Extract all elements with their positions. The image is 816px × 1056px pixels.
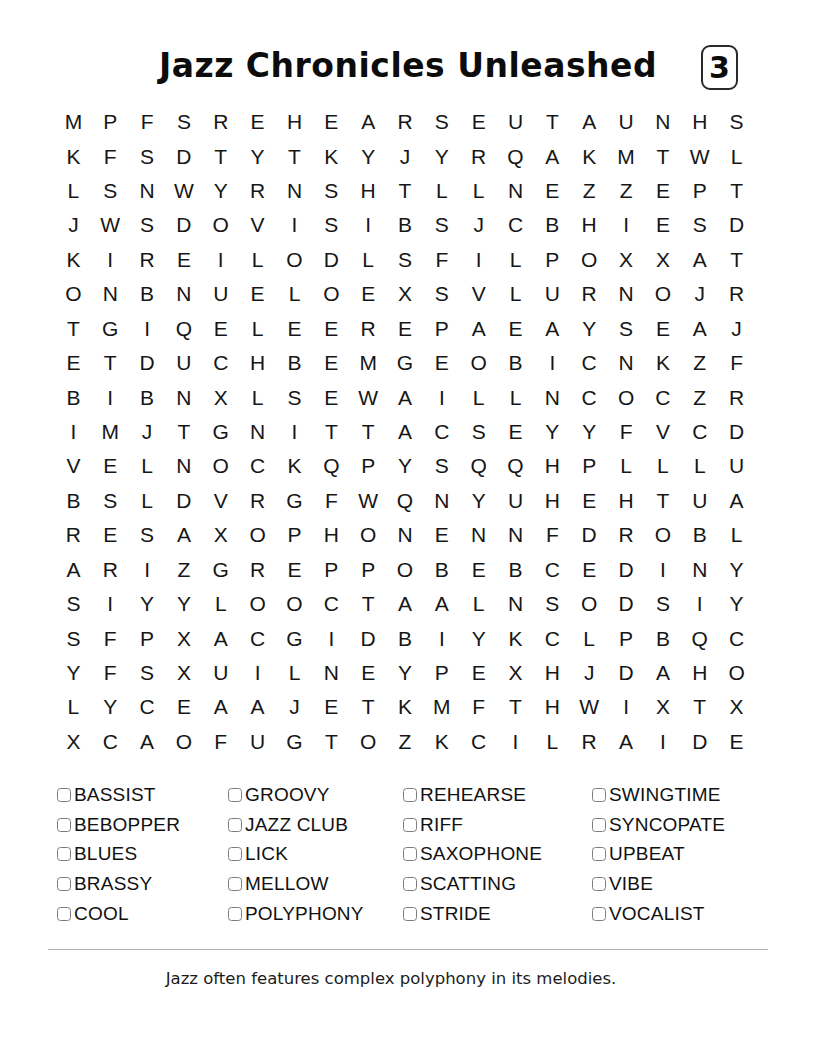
grid-cell[interactable]: F xyxy=(460,690,497,724)
grid-cell[interactable]: Y xyxy=(534,415,571,449)
grid-cell[interactable]: R xyxy=(718,277,755,311)
grid-cell[interactable]: E xyxy=(166,243,203,277)
grid-cell[interactable]: L xyxy=(55,174,92,208)
grid-cell[interactable]: S xyxy=(55,587,92,621)
grid-cell[interactable]: Y xyxy=(718,587,755,621)
grid-cell[interactable]: L xyxy=(129,484,166,518)
grid-cell[interactable]: D xyxy=(681,725,718,759)
grid-cell[interactable]: N xyxy=(166,277,203,311)
grid-cell[interactable]: U xyxy=(166,346,203,380)
grid-cell[interactable]: R xyxy=(571,277,608,311)
grid-cell[interactable]: N xyxy=(497,518,534,552)
grid-cell[interactable]: L xyxy=(55,690,92,724)
grid-cell[interactable]: S xyxy=(718,105,755,139)
grid-cell[interactable]: F xyxy=(534,518,571,552)
word-checkbox[interactable] xyxy=(57,907,71,921)
grid-cell[interactable]: B xyxy=(497,552,534,586)
grid-cell[interactable]: O xyxy=(387,552,424,586)
grid-cell[interactable]: O xyxy=(276,243,313,277)
grid-cell[interactable]: S xyxy=(276,380,313,414)
grid-cell[interactable]: L xyxy=(202,587,239,621)
grid-cell[interactable]: F xyxy=(92,621,129,655)
grid-cell[interactable]: E xyxy=(497,312,534,346)
grid-cell[interactable]: I xyxy=(608,690,645,724)
grid-cell[interactable]: M xyxy=(55,105,92,139)
grid-cell[interactable]: E xyxy=(644,208,681,242)
grid-cell[interactable]: U xyxy=(497,105,534,139)
grid-cell[interactable]: Y xyxy=(460,484,497,518)
grid-cell[interactable]: L xyxy=(423,174,460,208)
grid-cell[interactable]: E xyxy=(92,518,129,552)
grid-cell[interactable]: I xyxy=(202,243,239,277)
grid-cell[interactable]: I xyxy=(497,725,534,759)
grid-cell[interactable]: M xyxy=(350,346,387,380)
grid-cell[interactable]: L xyxy=(608,449,645,483)
grid-cell[interactable]: D xyxy=(129,346,166,380)
grid-cell[interactable]: A xyxy=(681,312,718,346)
grid-cell[interactable]: E xyxy=(718,725,755,759)
grid-cell[interactable]: E xyxy=(571,552,608,586)
grid-cell[interactable]: F xyxy=(92,656,129,690)
grid-cell[interactable]: Z xyxy=(681,380,718,414)
grid-cell[interactable]: K xyxy=(276,449,313,483)
grid-cell[interactable]: E xyxy=(276,312,313,346)
grid-cell[interactable]: J xyxy=(387,139,424,173)
grid-cell[interactable]: O xyxy=(644,518,681,552)
grid-cell[interactable]: R xyxy=(202,105,239,139)
grid-cell[interactable]: X xyxy=(608,243,645,277)
grid-cell[interactable]: K xyxy=(497,621,534,655)
grid-cell[interactable]: O xyxy=(55,277,92,311)
grid-cell[interactable]: A xyxy=(202,621,239,655)
grid-cell[interactable]: B xyxy=(387,208,424,242)
grid-cell[interactable]: E xyxy=(387,312,424,346)
grid-cell[interactable]: C xyxy=(92,725,129,759)
grid-cell[interactable]: U xyxy=(681,484,718,518)
grid-cell[interactable]: E xyxy=(644,174,681,208)
grid-cell[interactable]: W xyxy=(681,139,718,173)
grid-cell[interactable]: A xyxy=(681,243,718,277)
grid-cell[interactable]: L xyxy=(350,243,387,277)
grid-cell[interactable]: A xyxy=(644,656,681,690)
grid-cell[interactable]: I xyxy=(92,243,129,277)
grid-cell[interactable]: E xyxy=(534,174,571,208)
grid-cell[interactable]: F xyxy=(718,346,755,380)
grid-cell[interactable]: Y xyxy=(129,587,166,621)
word-checkbox[interactable] xyxy=(228,877,242,891)
grid-cell[interactable]: Y xyxy=(423,139,460,173)
grid-cell[interactable]: A xyxy=(534,139,571,173)
grid-cell[interactable]: S xyxy=(129,139,166,173)
grid-cell[interactable]: Y xyxy=(55,656,92,690)
grid-cell[interactable]: E xyxy=(239,277,276,311)
grid-cell[interactable]: N xyxy=(608,346,645,380)
grid-cell[interactable]: L xyxy=(681,449,718,483)
grid-cell[interactable]: Y xyxy=(571,415,608,449)
grid-cell[interactable]: Q xyxy=(497,449,534,483)
grid-cell[interactable]: D xyxy=(718,208,755,242)
grid-cell[interactable]: R xyxy=(571,725,608,759)
grid-cell[interactable]: C xyxy=(129,690,166,724)
grid-cell[interactable]: Z xyxy=(608,174,645,208)
grid-cell[interactable]: T xyxy=(644,484,681,518)
grid-cell[interactable]: H xyxy=(313,518,350,552)
grid-cell[interactable]: Z xyxy=(387,725,424,759)
grid-cell[interactable]: A xyxy=(718,484,755,518)
grid-cell[interactable]: R xyxy=(239,552,276,586)
grid-cell[interactable]: L xyxy=(497,243,534,277)
grid-cell[interactable]: L xyxy=(644,449,681,483)
grid-cell[interactable]: F xyxy=(608,415,645,449)
grid-cell[interactable]: S xyxy=(92,484,129,518)
grid-cell[interactable]: C xyxy=(313,587,350,621)
grid-cell[interactable]: C xyxy=(571,346,608,380)
grid-cell[interactable]: U xyxy=(202,277,239,311)
grid-cell[interactable]: D xyxy=(608,656,645,690)
grid-cell[interactable]: H xyxy=(681,656,718,690)
grid-cell[interactable]: E xyxy=(276,552,313,586)
grid-cell[interactable]: P xyxy=(571,449,608,483)
grid-cell[interactable]: K xyxy=(55,243,92,277)
grid-cell[interactable]: N xyxy=(239,415,276,449)
grid-cell[interactable]: P xyxy=(423,656,460,690)
grid-cell[interactable]: D xyxy=(350,621,387,655)
word-checkbox[interactable] xyxy=(57,788,71,802)
grid-cell[interactable]: K xyxy=(55,139,92,173)
grid-cell[interactable]: E xyxy=(497,415,534,449)
grid-cell[interactable]: L xyxy=(239,312,276,346)
grid-cell[interactable]: O xyxy=(350,725,387,759)
grid-cell[interactable]: T xyxy=(313,725,350,759)
grid-cell[interactable]: P xyxy=(534,243,571,277)
grid-cell[interactable]: A xyxy=(166,518,203,552)
grid-cell[interactable]: A xyxy=(387,415,424,449)
grid-cell[interactable]: R xyxy=(608,518,645,552)
grid-cell[interactable]: T xyxy=(718,243,755,277)
grid-cell[interactable]: B xyxy=(129,380,166,414)
grid-cell[interactable]: F xyxy=(202,725,239,759)
grid-cell[interactable]: B xyxy=(423,552,460,586)
grid-cell[interactable]: O xyxy=(718,656,755,690)
grid-cell[interactable]: S xyxy=(166,105,203,139)
word-checkbox[interactable] xyxy=(228,788,242,802)
grid-cell[interactable]: N xyxy=(387,518,424,552)
grid-cell[interactable]: S xyxy=(129,208,166,242)
grid-cell[interactable]: C xyxy=(460,725,497,759)
grid-cell[interactable]: J xyxy=(718,312,755,346)
grid-cell[interactable]: N xyxy=(460,518,497,552)
grid-cell[interactable]: N xyxy=(534,380,571,414)
grid-cell[interactable]: H xyxy=(534,449,571,483)
grid-cell[interactable]: E xyxy=(423,518,460,552)
grid-cell[interactable]: J xyxy=(571,656,608,690)
grid-cell[interactable]: H xyxy=(681,105,718,139)
grid-cell[interactable]: I xyxy=(644,552,681,586)
grid-cell[interactable]: G xyxy=(387,346,424,380)
grid-cell[interactable]: C xyxy=(239,621,276,655)
grid-cell[interactable]: R xyxy=(387,105,424,139)
grid-cell[interactable]: N xyxy=(497,174,534,208)
grid-cell[interactable]: Y xyxy=(387,449,424,483)
grid-cell[interactable]: Q xyxy=(313,449,350,483)
grid-cell[interactable]: A xyxy=(423,587,460,621)
grid-cell[interactable]: I xyxy=(608,208,645,242)
grid-cell[interactable]: T xyxy=(350,415,387,449)
grid-cell[interactable]: I xyxy=(129,312,166,346)
grid-cell[interactable]: R xyxy=(239,484,276,518)
grid-cell[interactable]: D xyxy=(608,552,645,586)
grid-cell[interactable]: P xyxy=(313,552,350,586)
grid-cell[interactable]: C xyxy=(497,208,534,242)
grid-cell[interactable]: A xyxy=(387,380,424,414)
grid-cell[interactable]: N xyxy=(166,380,203,414)
grid-cell[interactable]: J xyxy=(55,208,92,242)
grid-cell[interactable]: A xyxy=(534,312,571,346)
grid-cell[interactable]: Y xyxy=(166,587,203,621)
grid-cell[interactable]: E xyxy=(644,312,681,346)
word-checkbox[interactable] xyxy=(403,847,417,861)
grid-cell[interactable]: O xyxy=(460,346,497,380)
grid-cell[interactable]: S xyxy=(313,208,350,242)
grid-cell[interactable]: G xyxy=(202,415,239,449)
grid-cell[interactable]: B xyxy=(681,518,718,552)
grid-cell[interactable]: E xyxy=(460,552,497,586)
grid-cell[interactable]: I xyxy=(276,415,313,449)
grid-cell[interactable]: N xyxy=(129,174,166,208)
grid-cell[interactable]: I xyxy=(92,587,129,621)
grid-cell[interactable]: P xyxy=(350,552,387,586)
grid-cell[interactable]: E xyxy=(350,277,387,311)
grid-cell[interactable]: D xyxy=(313,243,350,277)
grid-cell[interactable]: I xyxy=(350,208,387,242)
grid-cell[interactable]: Q xyxy=(166,312,203,346)
grid-cell[interactable]: K xyxy=(387,690,424,724)
grid-cell[interactable]: T xyxy=(387,174,424,208)
grid-cell[interactable]: X xyxy=(644,690,681,724)
grid-cell[interactable]: U xyxy=(202,656,239,690)
grid-cell[interactable]: Y xyxy=(571,312,608,346)
grid-cell[interactable]: E xyxy=(55,346,92,380)
grid-cell[interactable]: O xyxy=(350,518,387,552)
grid-cell[interactable]: S xyxy=(423,449,460,483)
grid-cell[interactable]: A xyxy=(460,312,497,346)
grid-cell[interactable]: L xyxy=(718,518,755,552)
grid-cell[interactable]: I xyxy=(55,415,92,449)
grid-cell[interactable]: M xyxy=(608,139,645,173)
grid-cell[interactable]: P xyxy=(423,312,460,346)
grid-cell[interactable]: H xyxy=(276,105,313,139)
grid-cell[interactable]: A xyxy=(239,690,276,724)
grid-cell[interactable]: O xyxy=(571,587,608,621)
grid-cell[interactable]: V xyxy=(644,415,681,449)
grid-cell[interactable]: V xyxy=(460,277,497,311)
grid-cell[interactable]: O xyxy=(608,380,645,414)
word-checkbox[interactable] xyxy=(403,818,417,832)
grid-cell[interactable]: Y xyxy=(387,656,424,690)
grid-cell[interactable]: W xyxy=(350,484,387,518)
grid-cell[interactable]: E xyxy=(313,380,350,414)
grid-cell[interactable]: O xyxy=(276,587,313,621)
grid-cell[interactable]: A xyxy=(608,725,645,759)
grid-cell[interactable]: H xyxy=(534,484,571,518)
word-checkbox[interactable] xyxy=(592,788,606,802)
grid-cell[interactable]: C xyxy=(239,449,276,483)
grid-cell[interactable]: R xyxy=(92,552,129,586)
grid-cell[interactable]: L xyxy=(460,174,497,208)
grid-cell[interactable]: S xyxy=(608,312,645,346)
grid-cell[interactable]: A xyxy=(202,690,239,724)
grid-cell[interactable]: Q xyxy=(460,449,497,483)
grid-cell[interactable]: N xyxy=(166,449,203,483)
grid-cell[interactable]: I xyxy=(313,621,350,655)
grid-cell[interactable]: L xyxy=(718,139,755,173)
grid-cell[interactable]: T xyxy=(55,312,92,346)
grid-cell[interactable]: R xyxy=(718,380,755,414)
grid-cell[interactable]: N xyxy=(313,656,350,690)
grid-cell[interactable]: S xyxy=(423,105,460,139)
grid-cell[interactable]: H xyxy=(571,208,608,242)
grid-cell[interactable]: N xyxy=(276,174,313,208)
grid-cell[interactable]: E xyxy=(166,690,203,724)
grid-cell[interactable]: S xyxy=(423,277,460,311)
grid-cell[interactable]: D xyxy=(718,415,755,449)
grid-cell[interactable]: B xyxy=(276,346,313,380)
grid-cell[interactable]: L xyxy=(460,587,497,621)
grid-cell[interactable]: L xyxy=(276,656,313,690)
grid-cell[interactable]: V xyxy=(202,484,239,518)
grid-cell[interactable]: Z xyxy=(681,346,718,380)
grid-cell[interactable]: R xyxy=(129,243,166,277)
grid-cell[interactable]: A xyxy=(129,725,166,759)
grid-cell[interactable]: O xyxy=(571,243,608,277)
grid-cell[interactable]: J xyxy=(681,277,718,311)
grid-cell[interactable]: S xyxy=(387,243,424,277)
grid-cell[interactable]: S xyxy=(313,174,350,208)
grid-cell[interactable]: X xyxy=(718,690,755,724)
grid-cell[interactable]: D xyxy=(571,518,608,552)
grid-cell[interactable]: T xyxy=(718,174,755,208)
grid-cell[interactable]: A xyxy=(571,105,608,139)
grid-cell[interactable]: S xyxy=(55,621,92,655)
grid-cell[interactable]: E xyxy=(350,656,387,690)
grid-cell[interactable]: T xyxy=(276,139,313,173)
grid-cell[interactable]: T xyxy=(350,690,387,724)
grid-cell[interactable]: U xyxy=(608,105,645,139)
grid-cell[interactable]: A xyxy=(387,587,424,621)
grid-cell[interactable]: O xyxy=(202,208,239,242)
word-checkbox[interactable] xyxy=(403,907,417,921)
grid-cell[interactable]: I xyxy=(423,380,460,414)
grid-cell[interactable]: H xyxy=(534,690,571,724)
grid-cell[interactable]: L xyxy=(571,621,608,655)
grid-cell[interactable]: N xyxy=(644,105,681,139)
grid-cell[interactable]: F xyxy=(423,243,460,277)
grid-cell[interactable]: L xyxy=(497,277,534,311)
grid-cell[interactable]: D xyxy=(166,484,203,518)
grid-cell[interactable]: B xyxy=(55,484,92,518)
grid-cell[interactable]: B xyxy=(534,208,571,242)
grid-cell[interactable]: E xyxy=(313,346,350,380)
grid-cell[interactable]: R xyxy=(350,312,387,346)
grid-cell[interactable]: W xyxy=(571,690,608,724)
word-checkbox[interactable] xyxy=(403,877,417,891)
grid-cell[interactable]: X xyxy=(166,621,203,655)
grid-cell[interactable]: B xyxy=(497,346,534,380)
grid-cell[interactable]: E xyxy=(460,656,497,690)
grid-cell[interactable]: F xyxy=(129,105,166,139)
grid-cell[interactable]: E xyxy=(239,105,276,139)
grid-cell[interactable]: Z xyxy=(166,552,203,586)
grid-cell[interactable]: T xyxy=(313,415,350,449)
grid-cell[interactable]: N xyxy=(681,552,718,586)
grid-cell[interactable]: L xyxy=(239,243,276,277)
grid-cell[interactable]: I xyxy=(92,380,129,414)
grid-cell[interactable]: Y xyxy=(202,174,239,208)
grid-cell[interactable]: I xyxy=(644,725,681,759)
grid-cell[interactable]: C xyxy=(681,415,718,449)
grid-cell[interactable]: D xyxy=(166,208,203,242)
grid-cell[interactable]: Y xyxy=(239,139,276,173)
grid-cell[interactable]: S xyxy=(534,587,571,621)
grid-cell[interactable]: E xyxy=(202,312,239,346)
word-checkbox[interactable] xyxy=(403,788,417,802)
grid-cell[interactable]: U xyxy=(239,725,276,759)
grid-cell[interactable]: I xyxy=(276,208,313,242)
grid-cell[interactable]: X xyxy=(644,243,681,277)
word-checkbox[interactable] xyxy=(57,847,71,861)
grid-cell[interactable]: I xyxy=(460,243,497,277)
grid-cell[interactable]: J xyxy=(276,690,313,724)
grid-cell[interactable]: C xyxy=(571,380,608,414)
grid-cell[interactable]: I xyxy=(129,552,166,586)
grid-cell[interactable]: B xyxy=(387,621,424,655)
grid-cell[interactable]: N xyxy=(497,587,534,621)
grid-cell[interactable]: Q xyxy=(387,484,424,518)
grid-cell[interactable]: S xyxy=(129,518,166,552)
grid-cell[interactable]: T xyxy=(350,587,387,621)
grid-cell[interactable]: C xyxy=(644,380,681,414)
grid-cell[interactable]: N xyxy=(608,277,645,311)
grid-cell[interactable]: W xyxy=(166,174,203,208)
grid-cell[interactable]: O xyxy=(202,449,239,483)
grid-cell[interactable]: Y xyxy=(460,621,497,655)
grid-cell[interactable]: G xyxy=(276,725,313,759)
grid-cell[interactable]: G xyxy=(276,484,313,518)
grid-cell[interactable]: A xyxy=(55,552,92,586)
grid-cell[interactable]: E xyxy=(313,690,350,724)
grid-cell[interactable]: I xyxy=(681,587,718,621)
grid-cell[interactable]: X xyxy=(387,277,424,311)
grid-cell[interactable]: G xyxy=(92,312,129,346)
grid-cell[interactable]: L xyxy=(276,277,313,311)
grid-cell[interactable]: E xyxy=(571,484,608,518)
grid-cell[interactable]: J xyxy=(460,208,497,242)
grid-cell[interactable]: O xyxy=(166,725,203,759)
grid-cell[interactable]: W xyxy=(350,380,387,414)
grid-cell[interactable]: S xyxy=(92,174,129,208)
grid-cell[interactable]: T xyxy=(92,346,129,380)
word-checkbox[interactable] xyxy=(592,907,606,921)
word-checkbox[interactable] xyxy=(228,847,242,861)
grid-cell[interactable]: S xyxy=(460,415,497,449)
grid-cell[interactable]: C xyxy=(534,621,571,655)
word-checkbox[interactable] xyxy=(57,818,71,832)
grid-cell[interactable]: Q xyxy=(497,139,534,173)
word-checkbox[interactable] xyxy=(592,818,606,832)
grid-cell[interactable]: T xyxy=(644,139,681,173)
grid-cell[interactable]: E xyxy=(313,312,350,346)
grid-cell[interactable]: P xyxy=(129,621,166,655)
